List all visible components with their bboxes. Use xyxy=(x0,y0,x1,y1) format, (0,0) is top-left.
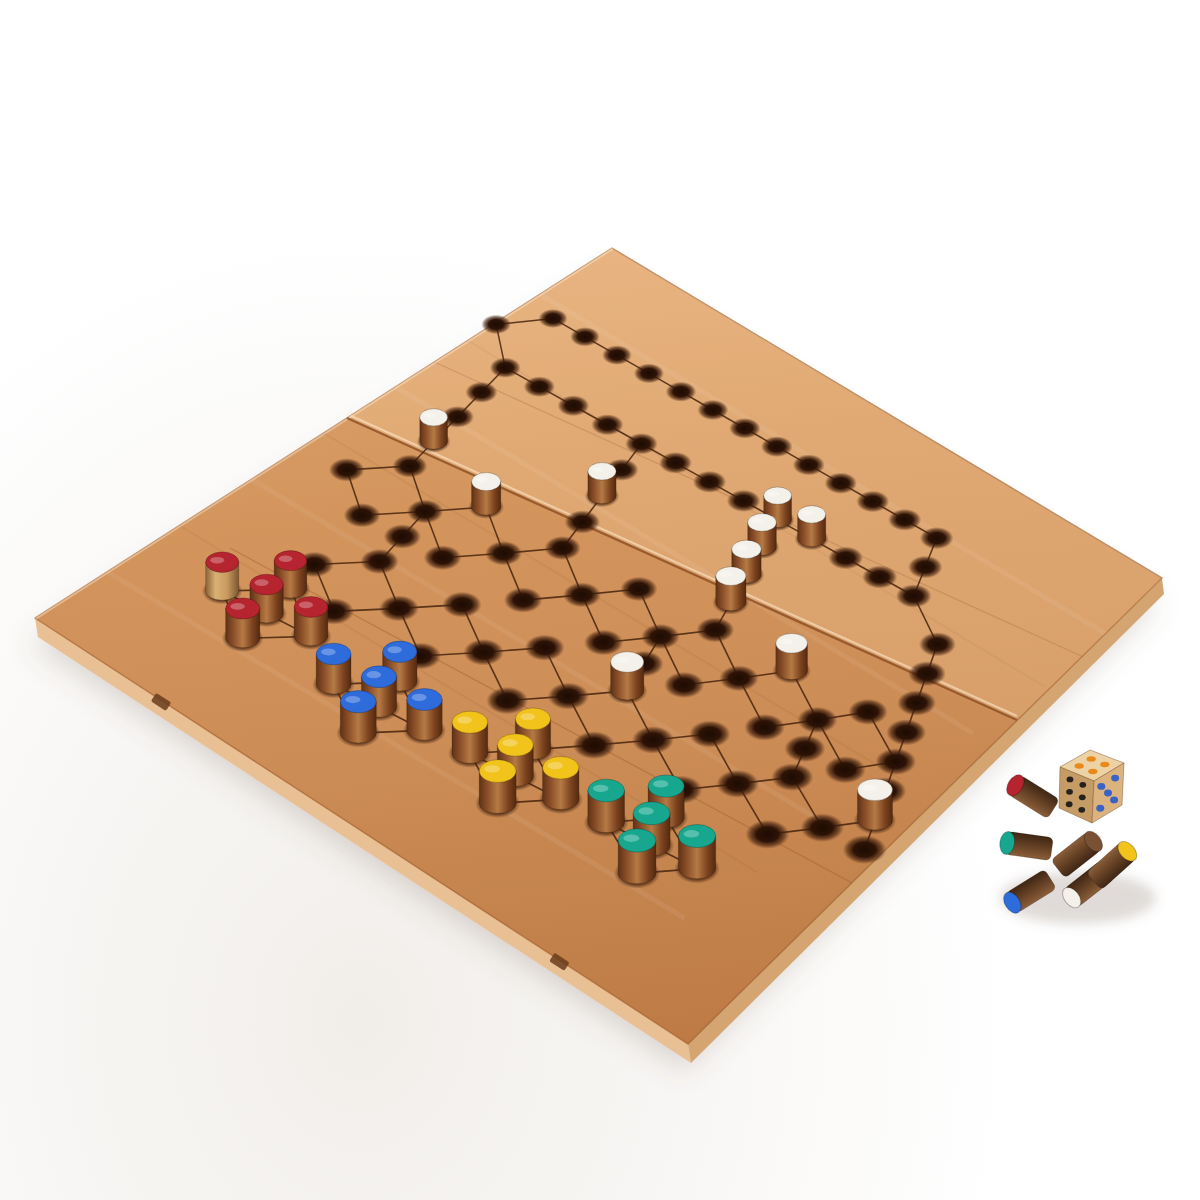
hole-9-12[interactable] xyxy=(573,731,616,759)
paint-highlight xyxy=(623,834,639,842)
hole-6-11[interactable] xyxy=(463,639,504,666)
hole-15-7[interactable] xyxy=(886,719,926,745)
hole-9-8[interactable] xyxy=(641,624,680,649)
hole-14-9[interactable] xyxy=(824,756,866,783)
hole-3-10[interactable] xyxy=(360,549,398,574)
hole-8-3[interactable] xyxy=(693,471,726,493)
hole-2-7[interactable] xyxy=(392,455,427,478)
peg-teal-2[interactable] xyxy=(588,779,625,832)
accessories-layer xyxy=(998,750,1156,924)
paint-highlight xyxy=(230,603,244,610)
hole-15-6[interactable] xyxy=(897,690,936,716)
hole-11-8[interactable] xyxy=(719,665,758,691)
die-pip xyxy=(1097,783,1105,790)
barricade-peg-2[interactable] xyxy=(798,506,826,547)
hole-14-1[interactable] xyxy=(920,527,954,549)
hole-4-9[interactable] xyxy=(424,545,462,570)
hole-2-4[interactable] xyxy=(465,382,497,403)
die-pip xyxy=(1066,801,1073,807)
hole-10-7[interactable] xyxy=(696,617,734,642)
hole-8-1[interactable] xyxy=(729,418,760,439)
die-pip xyxy=(1087,756,1096,762)
paint-highlight xyxy=(736,545,748,551)
hole-11-10[interactable] xyxy=(689,720,730,747)
hole-15-11[interactable] xyxy=(843,835,887,864)
wooden-die[interactable] xyxy=(1059,750,1124,823)
hole-15-8[interactable] xyxy=(875,748,916,775)
hole-14-11[interactable] xyxy=(800,813,844,842)
paint-highlight xyxy=(684,830,700,837)
hole-3-8[interactable] xyxy=(407,500,443,524)
paint-highlight xyxy=(653,780,668,787)
paint-highlight xyxy=(476,477,488,483)
barricade-peg-5[interactable] xyxy=(716,567,746,611)
hole-9-1[interactable] xyxy=(761,436,793,457)
hole-12-3[interactable] xyxy=(828,546,863,569)
paint-highlight xyxy=(366,671,381,678)
hole-10-1[interactable] xyxy=(793,454,825,475)
hole-1-8[interactable] xyxy=(329,458,365,481)
paint-highlight xyxy=(345,696,360,703)
peg-red-4[interactable] xyxy=(294,597,328,646)
hole-13-8[interactable] xyxy=(797,707,837,733)
barricade-peg-9[interactable] xyxy=(776,633,808,679)
hole-4-1[interactable] xyxy=(602,345,632,365)
paint-highlight xyxy=(520,713,535,720)
hole-14-2[interactable] xyxy=(908,556,943,579)
hole-6-3[interactable] xyxy=(625,433,658,454)
hole-3-3[interactable] xyxy=(524,376,555,397)
hole-6-9[interactable] xyxy=(504,587,543,612)
paint-highlight xyxy=(412,694,427,701)
peg-blue-2[interactable] xyxy=(316,643,351,694)
barricade-peg-8[interactable] xyxy=(472,473,501,516)
product-photo-stage xyxy=(0,0,1200,1200)
die-pip xyxy=(1111,775,1119,782)
paint-highlight xyxy=(780,638,793,644)
hole-2-9[interactable] xyxy=(344,503,381,527)
hole-9-3[interactable] xyxy=(727,490,761,512)
hole-15-5[interactable] xyxy=(908,661,946,686)
hole-13-9[interactable] xyxy=(784,735,825,762)
die-pip xyxy=(1079,794,1086,800)
peg-blue-4[interactable] xyxy=(407,689,442,741)
hole-7-1[interactable] xyxy=(697,400,728,420)
game-board xyxy=(35,248,1164,1063)
paint-highlight xyxy=(210,557,224,564)
die-pip xyxy=(1104,790,1112,797)
hole-8-11[interactable] xyxy=(548,683,589,710)
barricade-peg-6[interactable] xyxy=(588,463,616,504)
paint-highlight xyxy=(638,807,654,814)
loose-peg-red[interactable] xyxy=(1003,772,1060,819)
hole-7-8[interactable] xyxy=(563,582,601,607)
paint-highlight xyxy=(752,518,764,524)
hole-13-1[interactable] xyxy=(888,509,921,531)
paint-highlight xyxy=(592,467,604,473)
paint-highlight xyxy=(321,648,336,655)
hole-6-6[interactable] xyxy=(564,510,600,533)
peg-red-5[interactable] xyxy=(226,598,260,648)
die-pip xyxy=(1096,805,1104,812)
hole-13-10[interactable] xyxy=(771,763,813,791)
hole-14-3[interactable] xyxy=(896,584,932,607)
hole-4-11[interactable] xyxy=(379,595,419,621)
paint-highlight xyxy=(548,762,563,769)
barricade-scene xyxy=(0,0,1200,1200)
die-pip xyxy=(1078,807,1085,813)
die-pip xyxy=(1067,777,1074,783)
hole-13-12[interactable] xyxy=(745,820,789,849)
barricade-peg-7[interactable] xyxy=(420,409,448,449)
hole-13-3[interactable] xyxy=(862,565,897,588)
hole-12-1[interactable] xyxy=(856,491,889,513)
paint-highlight xyxy=(299,602,313,609)
die-pip xyxy=(1075,763,1084,769)
paint-highlight xyxy=(862,784,877,791)
hole-6-1[interactable] xyxy=(666,382,697,402)
paint-highlight xyxy=(615,657,629,664)
peg-yellow-4[interactable] xyxy=(543,756,579,809)
paint-highlight xyxy=(502,739,517,746)
hole-4-3[interactable] xyxy=(557,395,589,416)
hole-5-8[interactable] xyxy=(485,541,522,565)
hole-14-7[interactable] xyxy=(848,699,888,725)
paint-highlight xyxy=(593,785,608,792)
peg-blue-5[interactable] xyxy=(340,691,376,743)
hole-6-7[interactable] xyxy=(544,536,581,560)
hole-2-3[interactable] xyxy=(490,357,521,377)
peg-teal-4[interactable] xyxy=(678,824,715,878)
paint-highlight xyxy=(424,413,436,419)
hole-7-3[interactable] xyxy=(659,452,692,474)
paint-highlight xyxy=(802,510,814,516)
paint-highlight xyxy=(255,579,269,586)
paint-highlight xyxy=(387,646,401,653)
hole-15-4[interactable] xyxy=(919,632,956,656)
die-pip xyxy=(1088,769,1097,775)
hole-11-1[interactable] xyxy=(824,472,857,493)
hole-3-1[interactable] xyxy=(570,327,599,346)
hole-7-10[interactable] xyxy=(525,635,565,661)
hole-1-2[interactable] xyxy=(481,315,511,335)
hole-5-3[interactable] xyxy=(591,414,623,435)
paint-highlight xyxy=(768,491,780,497)
hole-10-9[interactable] xyxy=(664,672,704,698)
paint-highlight xyxy=(457,717,472,724)
hole-3-9[interactable] xyxy=(384,524,421,549)
hole-5-1[interactable] xyxy=(634,363,664,383)
die-pip xyxy=(1066,789,1073,795)
barricade-peg-11[interactable] xyxy=(857,779,892,830)
die-pip xyxy=(1100,762,1109,768)
peg-yellow-5[interactable] xyxy=(479,760,516,814)
hole-10-11[interactable] xyxy=(632,726,674,754)
hole-12-9[interactable] xyxy=(744,714,785,741)
peg-teal-5[interactable] xyxy=(618,829,656,884)
paint-highlight xyxy=(484,765,499,772)
loose-peg-teal[interactable] xyxy=(998,831,1053,861)
hole-8-9[interactable] xyxy=(584,630,623,656)
die-pip xyxy=(1110,797,1118,804)
hole-2-1[interactable] xyxy=(538,309,567,328)
hole-5-10[interactable] xyxy=(443,592,482,618)
peg-yellow-2[interactable] xyxy=(452,711,488,763)
paint-highlight xyxy=(279,555,293,562)
paint-highlight xyxy=(720,571,733,577)
peg-red-2[interactable] xyxy=(206,552,239,600)
barricade-peg-10[interactable] xyxy=(611,652,644,700)
hole-12-11[interactable] xyxy=(716,770,759,798)
hole-8-7[interactable] xyxy=(620,577,657,602)
die-pip xyxy=(1079,782,1086,788)
